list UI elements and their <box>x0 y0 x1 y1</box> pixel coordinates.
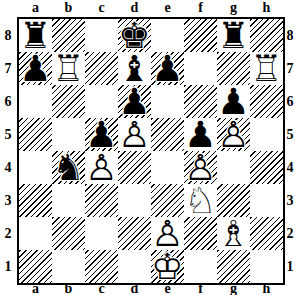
square-g1[interactable] <box>217 250 250 283</box>
white-pawn-icon: ♙ <box>151 217 184 250</box>
square-e1[interactable]: ♚♔ <box>151 250 184 283</box>
square-f6[interactable] <box>184 85 217 118</box>
square-f7[interactable] <box>184 52 217 85</box>
piece-halo: ♟ <box>151 217 184 250</box>
square-d3[interactable] <box>118 184 151 217</box>
square-a8[interactable]: ♜♜ <box>19 19 52 52</box>
square-f3[interactable]: ♞♘ <box>184 184 217 217</box>
square-b5[interactable] <box>52 118 85 151</box>
piece-halo: ♜ <box>19 19 52 52</box>
rank-labels-left: 87654321 <box>1 19 15 283</box>
square-a5[interactable] <box>19 118 52 151</box>
white-pawn-icon: ♙ <box>118 118 151 151</box>
file-label-c-top: c <box>85 1 118 16</box>
piece-halo: ♟ <box>151 52 184 85</box>
square-f1[interactable] <box>184 250 217 283</box>
rank-label-4-left: 4 <box>1 151 15 184</box>
white-king-icon: ♔ <box>151 250 184 283</box>
square-d8[interactable]: ♚♚ <box>118 19 151 52</box>
square-d4[interactable] <box>118 151 151 184</box>
square-d7[interactable]: ♝♝ <box>118 52 151 85</box>
piece-halo: ♟ <box>19 52 52 85</box>
black-pawn-icon: ♟ <box>19 52 52 85</box>
square-h6[interactable] <box>250 85 283 118</box>
black-rook-icon: ♜ <box>217 19 250 52</box>
white-pawn-icon: ♙ <box>217 118 250 151</box>
square-g3[interactable] <box>217 184 250 217</box>
rank-label-2-left: 2 <box>1 217 15 250</box>
square-c3[interactable] <box>85 184 118 217</box>
square-b6[interactable] <box>52 85 85 118</box>
rank-label-8-left: 8 <box>1 19 15 52</box>
square-b4[interactable]: ♞♞ <box>52 151 85 184</box>
square-g6[interactable]: ♟♟ <box>217 85 250 118</box>
white-pawn-icon: ♙ <box>184 151 217 184</box>
file-label-f-top: f <box>184 1 217 16</box>
piece-halo: ♝ <box>217 217 250 250</box>
piece-halo: ♟ <box>85 151 118 184</box>
square-g7[interactable] <box>217 52 250 85</box>
piece-halo: ♜ <box>250 52 283 85</box>
square-a6[interactable] <box>19 85 52 118</box>
square-d2[interactable] <box>118 217 151 250</box>
square-b8[interactable] <box>52 19 85 52</box>
chess-board: ♜♜♚♚♜♜♟♟♜♖♝♝♟♟♜♖♟♟♟♟♟♟♟♙♟♟♟♙♞♞♟♙♟♙♞♘♟♙♝♗… <box>17 17 285 285</box>
square-e8[interactable] <box>151 19 184 52</box>
square-c5[interactable]: ♟♟ <box>85 118 118 151</box>
square-e6[interactable] <box>151 85 184 118</box>
file-label-g-top: g <box>217 1 250 16</box>
piece-halo: ♟ <box>118 118 151 151</box>
rank-label-7-left: 7 <box>1 52 15 85</box>
black-pawn-icon: ♟ <box>217 85 250 118</box>
square-f8[interactable] <box>184 19 217 52</box>
piece-halo: ♟ <box>217 85 250 118</box>
square-h4[interactable] <box>250 151 283 184</box>
square-c2[interactable] <box>85 217 118 250</box>
square-b7[interactable]: ♜♖ <box>52 52 85 85</box>
black-pawn-icon: ♟ <box>85 118 118 151</box>
square-c7[interactable] <box>85 52 118 85</box>
square-f2[interactable] <box>184 217 217 250</box>
piece-halo: ♚ <box>151 250 184 283</box>
square-b3[interactable] <box>52 184 85 217</box>
rank-label-1-left: 1 <box>1 250 15 283</box>
square-h8[interactable] <box>250 19 283 52</box>
square-c8[interactable] <box>85 19 118 52</box>
file-label-b-top: b <box>52 1 85 16</box>
rank-label-5-left: 5 <box>1 118 15 151</box>
black-bishop-icon: ♝ <box>118 52 151 85</box>
square-d1[interactable] <box>118 250 151 283</box>
white-pawn-icon: ♙ <box>85 151 118 184</box>
white-rook-icon: ♖ <box>52 52 85 85</box>
square-b2[interactable] <box>52 217 85 250</box>
square-d5[interactable]: ♟♙ <box>118 118 151 151</box>
piece-halo: ♝ <box>118 52 151 85</box>
square-e4[interactable] <box>151 151 184 184</box>
square-h2[interactable] <box>250 217 283 250</box>
square-e5[interactable] <box>151 118 184 151</box>
square-a3[interactable] <box>19 184 52 217</box>
square-b1[interactable] <box>52 250 85 283</box>
square-e3[interactable] <box>151 184 184 217</box>
square-g5[interactable]: ♟♙ <box>217 118 250 151</box>
square-a7[interactable]: ♟♟ <box>19 52 52 85</box>
square-f5[interactable]: ♟♟ <box>184 118 217 151</box>
piece-halo: ♜ <box>217 19 250 52</box>
piece-halo: ♟ <box>184 118 217 151</box>
square-a1[interactable] <box>19 250 52 283</box>
rank-label-3-left: 3 <box>1 184 15 217</box>
piece-halo: ♚ <box>118 19 151 52</box>
square-h5[interactable] <box>250 118 283 151</box>
rank-label-6-left: 6 <box>1 85 15 118</box>
file-labels-top: abcdefgh <box>19 1 283 16</box>
square-h1[interactable] <box>250 250 283 283</box>
chess-diagram: abcdefgh abcdefgh 87654321 87654321 ♜♜♚♚… <box>0 0 295 295</box>
piece-halo: ♞ <box>52 151 85 184</box>
black-pawn-icon: ♟ <box>184 118 217 151</box>
piece-halo: ♟ <box>85 118 118 151</box>
white-rook-icon: ♖ <box>250 52 283 85</box>
square-c6[interactable] <box>85 85 118 118</box>
piece-halo: ♞ <box>184 184 217 217</box>
square-f4[interactable]: ♟♙ <box>184 151 217 184</box>
square-c4[interactable]: ♟♙ <box>85 151 118 184</box>
piece-halo: ♟ <box>217 118 250 151</box>
square-a2[interactable] <box>19 217 52 250</box>
file-label-d-top: d <box>118 1 151 16</box>
file-label-h-top: h <box>250 1 283 16</box>
square-g4[interactable] <box>217 151 250 184</box>
square-g2[interactable]: ♝♗ <box>217 217 250 250</box>
file-label-e-top: e <box>151 1 184 16</box>
white-knight-icon: ♘ <box>184 184 217 217</box>
square-e7[interactable]: ♟♟ <box>151 52 184 85</box>
piece-halo: ♟ <box>118 85 151 118</box>
piece-halo: ♟ <box>184 151 217 184</box>
piece-halo: ♜ <box>52 52 85 85</box>
white-bishop-icon: ♗ <box>217 217 250 250</box>
square-d6[interactable]: ♟♟ <box>118 85 151 118</box>
square-a4[interactable] <box>19 151 52 184</box>
black-rook-icon: ♜ <box>19 19 52 52</box>
square-c1[interactable] <box>85 250 118 283</box>
file-label-a-top: a <box>19 1 52 16</box>
square-g8[interactable]: ♜♜ <box>217 19 250 52</box>
black-pawn-icon: ♟ <box>118 85 151 118</box>
black-pawn-icon: ♟ <box>151 52 184 85</box>
square-h3[interactable] <box>250 184 283 217</box>
black-king-icon: ♚ <box>118 19 151 52</box>
square-h7[interactable]: ♜♖ <box>250 52 283 85</box>
square-e2[interactable]: ♟♙ <box>151 217 184 250</box>
black-knight-icon: ♞ <box>52 151 85 184</box>
